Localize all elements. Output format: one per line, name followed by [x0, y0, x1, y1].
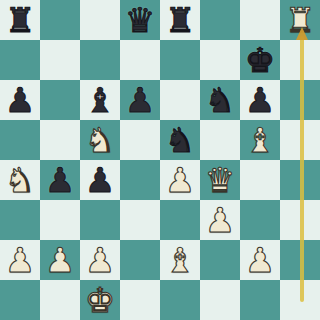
- black-knight-e5[interactable]: ♞: [160, 120, 200, 160]
- square-e5[interactable]: ♞: [160, 120, 200, 160]
- white-pawn-f3[interactable]: ♟: [200, 200, 240, 240]
- chess-board[interactable]: ♜♛♜♜♚♟♝♟♞♟♞♞♝♞♟♟♟♛♟♟♟♟♝♟♚: [0, 0, 320, 320]
- square-e8[interactable]: ♜: [160, 0, 200, 40]
- square-c2[interactable]: ♟: [80, 240, 120, 280]
- square-c4[interactable]: ♟: [80, 160, 120, 200]
- square-f8[interactable]: [200, 0, 240, 40]
- square-d5[interactable]: [120, 120, 160, 160]
- square-a8[interactable]: ♜: [0, 0, 40, 40]
- square-b3[interactable]: [40, 200, 80, 240]
- square-e1[interactable]: [160, 280, 200, 320]
- square-h2[interactable]: [280, 240, 320, 280]
- square-g2[interactable]: ♟: [240, 240, 280, 280]
- square-a5[interactable]: [0, 120, 40, 160]
- square-d2[interactable]: [120, 240, 160, 280]
- square-g6[interactable]: ♟: [240, 80, 280, 120]
- square-h3[interactable]: [280, 200, 320, 240]
- square-b1[interactable]: [40, 280, 80, 320]
- white-knight-c5[interactable]: ♞: [80, 120, 120, 160]
- square-a4[interactable]: ♞: [0, 160, 40, 200]
- square-g8[interactable]: [240, 0, 280, 40]
- square-b4[interactable]: ♟: [40, 160, 80, 200]
- white-pawn-c2[interactable]: ♟: [80, 240, 120, 280]
- white-rook-h8[interactable]: ♜: [280, 0, 320, 40]
- black-bishop-c6[interactable]: ♝: [80, 80, 120, 120]
- square-d8[interactable]: ♛: [120, 0, 160, 40]
- square-f2[interactable]: [200, 240, 240, 280]
- square-d3[interactable]: [120, 200, 160, 240]
- square-c8[interactable]: [80, 0, 120, 40]
- square-f6[interactable]: ♞: [200, 80, 240, 120]
- square-h1[interactable]: [280, 280, 320, 320]
- black-pawn-d6[interactable]: ♟: [120, 80, 160, 120]
- square-g5[interactable]: ♝: [240, 120, 280, 160]
- white-pawn-e4[interactable]: ♟: [160, 160, 200, 200]
- square-c3[interactable]: [80, 200, 120, 240]
- square-e6[interactable]: [160, 80, 200, 120]
- white-bishop-e2[interactable]: ♝: [160, 240, 200, 280]
- square-h5[interactable]: [280, 120, 320, 160]
- square-b2[interactable]: ♟: [40, 240, 80, 280]
- square-b6[interactable]: [40, 80, 80, 120]
- square-a6[interactable]: ♟: [0, 80, 40, 120]
- black-rook-a8[interactable]: ♜: [0, 0, 40, 40]
- square-h7[interactable]: [280, 40, 320, 80]
- square-d7[interactable]: [120, 40, 160, 80]
- square-g1[interactable]: [240, 280, 280, 320]
- square-a7[interactable]: [0, 40, 40, 80]
- square-d4[interactable]: [120, 160, 160, 200]
- square-b5[interactable]: [40, 120, 80, 160]
- square-g7[interactable]: ♚: [240, 40, 280, 80]
- square-c7[interactable]: [80, 40, 120, 80]
- white-pawn-b2[interactable]: ♟: [40, 240, 80, 280]
- black-king-g7[interactable]: ♚: [240, 40, 280, 80]
- square-e4[interactable]: ♟: [160, 160, 200, 200]
- white-pawn-a2[interactable]: ♟: [0, 240, 40, 280]
- black-pawn-b4[interactable]: ♟: [40, 160, 80, 200]
- square-b8[interactable]: [40, 0, 80, 40]
- square-a3[interactable]: [0, 200, 40, 240]
- square-e7[interactable]: [160, 40, 200, 80]
- square-f5[interactable]: [200, 120, 240, 160]
- square-h6[interactable]: [280, 80, 320, 120]
- square-d6[interactable]: ♟: [120, 80, 160, 120]
- white-pawn-g2[interactable]: ♟: [240, 240, 280, 280]
- square-c5[interactable]: ♞: [80, 120, 120, 160]
- square-a2[interactable]: ♟: [0, 240, 40, 280]
- square-g4[interactable]: [240, 160, 280, 200]
- white-king-c1[interactable]: ♚: [80, 280, 120, 320]
- square-f7[interactable]: [200, 40, 240, 80]
- square-f3[interactable]: ♟: [200, 200, 240, 240]
- black-queen-d8[interactable]: ♛: [120, 0, 160, 40]
- white-bishop-g5[interactable]: ♝: [240, 120, 280, 160]
- black-knight-f6[interactable]: ♞: [200, 80, 240, 120]
- black-rook-e8[interactable]: ♜: [160, 0, 200, 40]
- black-pawn-c4[interactable]: ♟: [80, 160, 120, 200]
- white-knight-a4[interactable]: ♞: [0, 160, 40, 200]
- square-d1[interactable]: [120, 280, 160, 320]
- square-g3[interactable]: [240, 200, 280, 240]
- square-c1[interactable]: ♚: [80, 280, 120, 320]
- square-h4[interactable]: [280, 160, 320, 200]
- square-c6[interactable]: ♝: [80, 80, 120, 120]
- black-pawn-a6[interactable]: ♟: [0, 80, 40, 120]
- square-b7[interactable]: [40, 40, 80, 80]
- white-queen-f4[interactable]: ♛: [200, 160, 240, 200]
- square-e2[interactable]: ♝: [160, 240, 200, 280]
- square-f4[interactable]: ♛: [200, 160, 240, 200]
- black-pawn-g6[interactable]: ♟: [240, 80, 280, 120]
- square-a1[interactable]: [0, 280, 40, 320]
- square-e3[interactable]: [160, 200, 200, 240]
- square-h8[interactable]: ♜: [280, 0, 320, 40]
- square-f1[interactable]: [200, 280, 240, 320]
